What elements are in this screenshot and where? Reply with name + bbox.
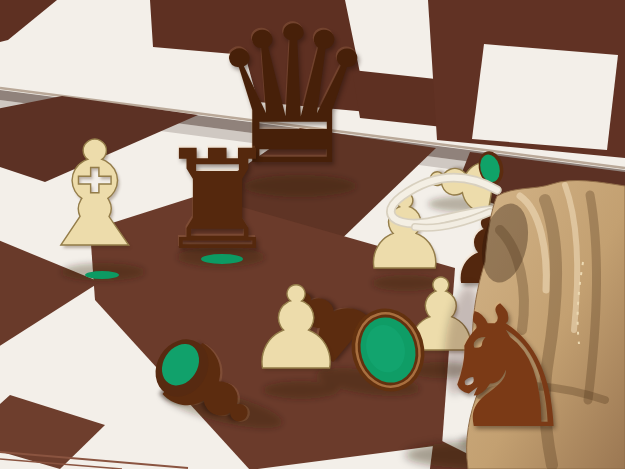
chess-setup-photo: ♛ ♝ ♜ ♟ ♟ ♟ ♟ ♟ ♟ ♟ ♟ ♞ [0, 0, 625, 469]
piece-dark-knight[interactable]: ♞ [430, 284, 581, 452]
piece-dark-rook[interactable]: ♜ [156, 132, 279, 269]
piece-light-bishop[interactable]: ♝ [30, 122, 160, 267]
piece-light-pawn-2[interactable]: ♟ [245, 272, 347, 386]
